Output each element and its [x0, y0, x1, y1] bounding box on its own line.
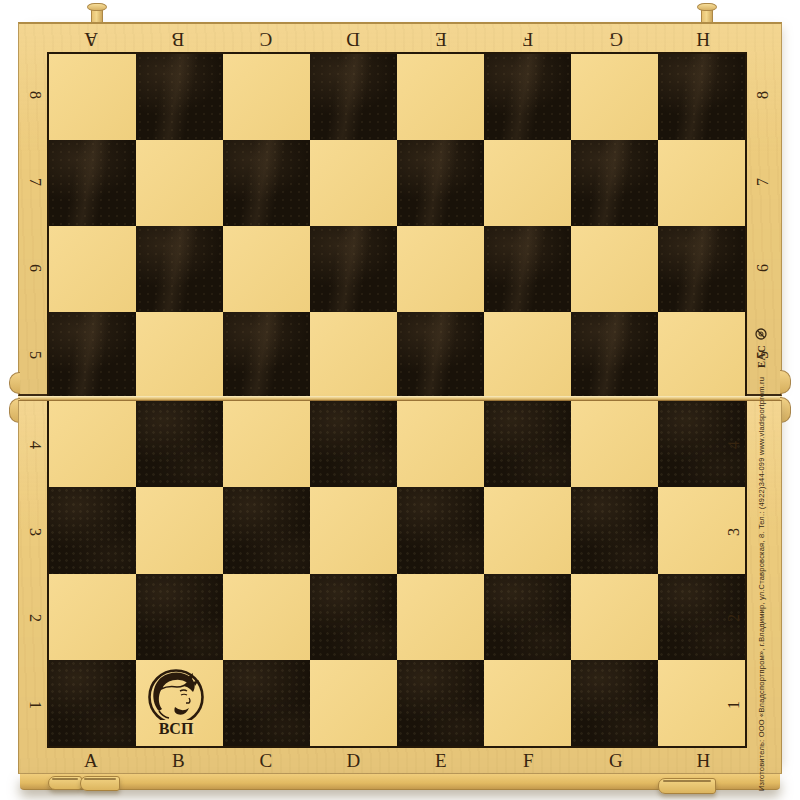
hinge-knuckle-icon: [9, 372, 20, 394]
rank-label-left-3: 3: [24, 521, 46, 543]
file-label-top-c: C: [251, 28, 281, 50]
square-g2[interactable]: [571, 574, 658, 660]
square-g8[interactable]: [571, 54, 658, 140]
crossed-circle-icon: [755, 328, 767, 340]
manufacturer-text: Изготовитель: ООО «Владспортпром», г.Вла…: [755, 407, 767, 791]
square-b8[interactable]: [136, 54, 223, 140]
square-d2[interactable]: [310, 574, 397, 660]
file-label-bottom-g: G: [601, 750, 631, 772]
square-b2[interactable]: [136, 574, 223, 660]
square-h5[interactable]: [658, 312, 745, 398]
clasp-latch-icon: [658, 778, 716, 794]
square-c2[interactable]: [223, 574, 310, 660]
clasp-latch-icon: [48, 776, 82, 790]
vsp-logo: ВСП: [145, 665, 207, 741]
square-d8[interactable]: [310, 54, 397, 140]
eac-mark: ЕАС: [756, 345, 767, 368]
square-a2[interactable]: [49, 574, 136, 660]
file-label-bottom-c: C: [251, 750, 281, 772]
rank-label-right-1: 1: [723, 694, 745, 716]
square-c7[interactable]: [223, 140, 310, 226]
square-a5[interactable]: [49, 312, 136, 398]
file-label-bottom-h: H: [688, 750, 718, 772]
square-a8[interactable]: [49, 54, 136, 140]
square-f8[interactable]: [484, 54, 571, 140]
rank-label-left-7: 7: [24, 171, 46, 193]
file-label-top-g: G: [601, 28, 631, 50]
square-a6[interactable]: [49, 226, 136, 312]
square-c1[interactable]: [223, 660, 310, 746]
square-e3[interactable]: [397, 487, 484, 573]
playing-field-top: [47, 52, 747, 398]
square-e1[interactable]: [397, 660, 484, 746]
square-e2[interactable]: [397, 574, 484, 660]
square-b3[interactable]: [136, 487, 223, 573]
square-g6[interactable]: [571, 226, 658, 312]
square-a7[interactable]: [49, 140, 136, 226]
file-label-top-e: E: [426, 28, 456, 50]
file-label-top-b: B: [163, 28, 193, 50]
rank-label-left-1: 1: [24, 694, 46, 716]
file-label-top-h: H: [688, 28, 718, 50]
rank-label-left-4: 4: [24, 434, 46, 456]
file-label-bottom-a: A: [76, 750, 106, 772]
square-d7[interactable]: [310, 140, 397, 226]
square-b7[interactable]: [136, 140, 223, 226]
rank-label-right-6: 6: [752, 257, 774, 279]
square-b6[interactable]: [136, 226, 223, 312]
square-g7[interactable]: [571, 140, 658, 226]
rank-label-left-2: 2: [24, 607, 46, 629]
file-label-bottom-b: B: [163, 750, 193, 772]
file-label-top-d: D: [338, 28, 368, 50]
file-label-bottom-d: D: [338, 750, 368, 772]
square-f5[interactable]: [484, 312, 571, 398]
rank-label-left-6: 6: [24, 257, 46, 279]
square-a4[interactable]: [49, 401, 136, 487]
square-d6[interactable]: [310, 226, 397, 312]
square-g1[interactable]: [571, 660, 658, 746]
square-c4[interactable]: [223, 401, 310, 487]
logo-hair: [153, 673, 194, 712]
square-g3[interactable]: [571, 487, 658, 573]
square-d4[interactable]: [310, 401, 397, 487]
rank-label-right-4: 4: [723, 434, 745, 456]
square-f3[interactable]: [484, 487, 571, 573]
square-c3[interactable]: [223, 487, 310, 573]
manufacturer-line: Изготовитель: ООО «Владспортпром», г.Вла…: [757, 377, 766, 791]
square-a3[interactable]: [49, 487, 136, 573]
square-e8[interactable]: [397, 54, 484, 140]
square-d1[interactable]: [310, 660, 397, 746]
square-f4[interactable]: [484, 401, 571, 487]
clasp-latch-icon: [80, 776, 120, 791]
board-bottom-panel: ABCDEFGH 4321 4321 ВСП: [18, 400, 782, 774]
square-e6[interactable]: [397, 226, 484, 312]
square-e4[interactable]: [397, 401, 484, 487]
rank-label-right-8: 8: [752, 84, 774, 106]
square-f6[interactable]: [484, 226, 571, 312]
hinge-knuckle-icon: [780, 370, 791, 394]
square-f2[interactable]: [484, 574, 571, 660]
square-h7[interactable]: [658, 140, 745, 226]
square-e7[interactable]: [397, 140, 484, 226]
square-g5[interactable]: [571, 312, 658, 398]
file-label-top-f: F: [513, 28, 543, 50]
logo-text: ВСП: [159, 720, 194, 737]
square-e5[interactable]: [397, 312, 484, 398]
file-label-bottom-e: E: [426, 750, 456, 772]
rank-label-left-8: 8: [24, 84, 46, 106]
rank-label-right-2: 2: [723, 607, 745, 629]
square-b5[interactable]: [136, 312, 223, 398]
rank-label-left-5: 5: [24, 344, 46, 366]
square-g4[interactable]: [571, 401, 658, 487]
square-d5[interactable]: [310, 312, 397, 398]
square-h6[interactable]: [658, 226, 745, 312]
file-label-bottom-f: F: [513, 750, 543, 772]
square-c5[interactable]: [223, 312, 310, 398]
file-label-top-a: A: [76, 28, 106, 50]
square-f1[interactable]: [484, 660, 571, 746]
rank-label-right-7: 7: [752, 171, 774, 193]
square-c6[interactable]: [223, 226, 310, 312]
rank-label-right-3: 3: [723, 521, 745, 543]
square-h8[interactable]: [658, 54, 745, 140]
square-a1[interactable]: [49, 660, 136, 746]
square-c8[interactable]: [223, 54, 310, 140]
square-d3[interactable]: [310, 487, 397, 573]
board-top-panel: ABCDEFGH 8765 8765: [18, 22, 782, 396]
square-b4[interactable]: [136, 401, 223, 487]
square-f7[interactable]: [484, 140, 571, 226]
